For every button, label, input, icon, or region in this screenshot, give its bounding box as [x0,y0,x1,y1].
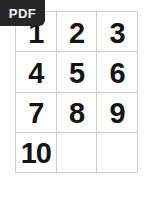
pdf-badge: PDF [0,0,45,26]
grid-cell-r2c2: 9 [97,93,137,132]
grid-cell-r1c2: 6 [97,52,137,91]
grid-cell-r1c0: 4 [16,52,56,91]
grid-cell-r0c1: 2 [57,12,97,51]
grid-cell-r0c2: 3 [97,12,137,51]
grid-cell-r3c2 [97,133,137,172]
grid-cell-r3c0: 10 [16,133,56,172]
number-grid: 12345678910 [15,11,138,173]
grid-cell-r2c1: 8 [57,93,97,132]
grid-cell-r1c1: 5 [57,52,97,91]
grid-cell-r2c0: 7 [16,93,56,132]
grid-cell-r3c1 [57,133,97,172]
pdf-page-thumbnail[interactable]: 12345678910 PDF [0,0,149,198]
pdf-badge-label: PDF [9,6,37,21]
